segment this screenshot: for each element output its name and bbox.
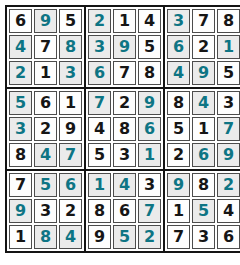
cell-r3c7[interactable]: 4 — [167, 61, 190, 85]
cell-r1c4[interactable]: 2 — [88, 9, 111, 33]
cell-r3c8[interactable]: 9 — [192, 61, 215, 85]
cell-r7c3[interactable]: 6 — [59, 173, 82, 197]
cell-r9c8[interactable]: 3 — [192, 225, 215, 249]
cell-r5c4[interactable]: 4 — [88, 117, 111, 141]
cell-r8c8[interactable]: 5 — [192, 199, 215, 223]
box-1-1: 695478213 — [7, 7, 84, 87]
cell-r8c4[interactable]: 8 — [88, 199, 111, 223]
cell-r5c6[interactable]: 6 — [138, 117, 161, 141]
cell-r1c2[interactable]: 9 — [34, 9, 57, 33]
box-3-1: 756932184 — [7, 171, 84, 251]
cell-r9c1[interactable]: 1 — [9, 225, 32, 249]
cell-r2c5[interactable]: 9 — [113, 35, 136, 59]
box-2-3: 843517269 — [165, 89, 240, 169]
cell-r8c1[interactable]: 9 — [9, 199, 32, 223]
cell-r6c3[interactable]: 7 — [59, 143, 82, 167]
cell-r8c3[interactable]: 2 — [59, 199, 82, 223]
cell-r3c1[interactable]: 2 — [9, 61, 32, 85]
cell-r4c6[interactable]: 9 — [138, 91, 161, 115]
cell-r4c7[interactable]: 8 — [167, 91, 190, 115]
cell-r1c7[interactable]: 3 — [167, 9, 190, 33]
cell-r3c5[interactable]: 7 — [113, 61, 136, 85]
cell-r9c9[interactable]: 6 — [217, 225, 240, 249]
box-1-2: 214395678 — [86, 7, 163, 87]
cell-r1c1[interactable]: 6 — [9, 9, 32, 33]
cell-r6c4[interactable]: 5 — [88, 143, 111, 167]
cell-r3c4[interactable]: 6 — [88, 61, 111, 85]
box-2-1: 561329847 — [7, 89, 84, 169]
cell-r3c3[interactable]: 3 — [59, 61, 82, 85]
cell-r6c8[interactable]: 6 — [192, 143, 215, 167]
cell-r9c2[interactable]: 8 — [34, 225, 57, 249]
cell-r2c4[interactable]: 3 — [88, 35, 111, 59]
cell-r4c4[interactable]: 7 — [88, 91, 111, 115]
cell-r3c9[interactable]: 5 — [217, 61, 240, 85]
cell-r2c3[interactable]: 8 — [59, 35, 82, 59]
cell-r5c7[interactable]: 5 — [167, 117, 190, 141]
cell-r1c5[interactable]: 1 — [113, 9, 136, 33]
cell-r3c6[interactable]: 8 — [138, 61, 161, 85]
cell-r8c2[interactable]: 3 — [34, 199, 57, 223]
cell-r1c6[interactable]: 4 — [138, 9, 161, 33]
cell-r7c5[interactable]: 4 — [113, 173, 136, 197]
cell-r7c9[interactable]: 2 — [217, 173, 240, 197]
cell-r7c8[interactable]: 8 — [192, 173, 215, 197]
cell-r7c6[interactable]: 3 — [138, 173, 161, 197]
cell-r1c8[interactable]: 7 — [192, 9, 215, 33]
sudoku-board: 6954782132143956783786214955613298477294… — [5, 5, 240, 253]
cell-r9c6[interactable]: 2 — [138, 225, 161, 249]
cell-r5c2[interactable]: 2 — [34, 117, 57, 141]
cell-r4c8[interactable]: 4 — [192, 91, 215, 115]
cell-r2c6[interactable]: 5 — [138, 35, 161, 59]
cell-r7c1[interactable]: 7 — [9, 173, 32, 197]
box-3-2: 143867952 — [86, 171, 163, 251]
cell-r7c2[interactable]: 5 — [34, 173, 57, 197]
cell-r6c5[interactable]: 3 — [113, 143, 136, 167]
cell-r8c7[interactable]: 1 — [167, 199, 190, 223]
cell-r3c2[interactable]: 1 — [34, 61, 57, 85]
cell-r2c7[interactable]: 6 — [167, 35, 190, 59]
cell-r5c1[interactable]: 3 — [9, 117, 32, 141]
cell-r6c9[interactable]: 9 — [217, 143, 240, 167]
box-2-2: 729486531 — [86, 89, 163, 169]
cell-r4c2[interactable]: 6 — [34, 91, 57, 115]
cell-r4c3[interactable]: 1 — [59, 91, 82, 115]
cell-r5c5[interactable]: 8 — [113, 117, 136, 141]
cell-r4c5[interactable]: 2 — [113, 91, 136, 115]
cell-r5c8[interactable]: 1 — [192, 117, 215, 141]
cell-r7c7[interactable]: 9 — [167, 173, 190, 197]
cell-r2c1[interactable]: 4 — [9, 35, 32, 59]
cell-r4c1[interactable]: 5 — [9, 91, 32, 115]
cell-r9c7[interactable]: 7 — [167, 225, 190, 249]
cell-r9c5[interactable]: 5 — [113, 225, 136, 249]
cell-r6c1[interactable]: 8 — [9, 143, 32, 167]
sudoku-page: 6954782132143956783786214955613298477294… — [0, 0, 240, 253]
cell-r6c7[interactable]: 2 — [167, 143, 190, 167]
cell-r2c2[interactable]: 7 — [34, 35, 57, 59]
cell-r6c6[interactable]: 1 — [138, 143, 161, 167]
cell-r2c8[interactable]: 2 — [192, 35, 215, 59]
cell-r5c9[interactable]: 7 — [217, 117, 240, 141]
cell-r8c5[interactable]: 6 — [113, 199, 136, 223]
cell-r8c6[interactable]: 7 — [138, 199, 161, 223]
cell-r1c3[interactable]: 5 — [59, 9, 82, 33]
cell-r2c9[interactable]: 1 — [217, 35, 240, 59]
cell-r6c2[interactable]: 4 — [34, 143, 57, 167]
cell-r7c4[interactable]: 1 — [88, 173, 111, 197]
cell-r1c9[interactable]: 8 — [217, 9, 240, 33]
cell-r4c9[interactable]: 3 — [217, 91, 240, 115]
cell-r8c9[interactable]: 4 — [217, 199, 240, 223]
cell-r9c4[interactable]: 9 — [88, 225, 111, 249]
cell-r9c3[interactable]: 4 — [59, 225, 82, 249]
box-3-3: 982154736 — [165, 171, 240, 251]
box-1-3: 378621495 — [165, 7, 240, 87]
cell-r5c3[interactable]: 9 — [59, 117, 82, 141]
